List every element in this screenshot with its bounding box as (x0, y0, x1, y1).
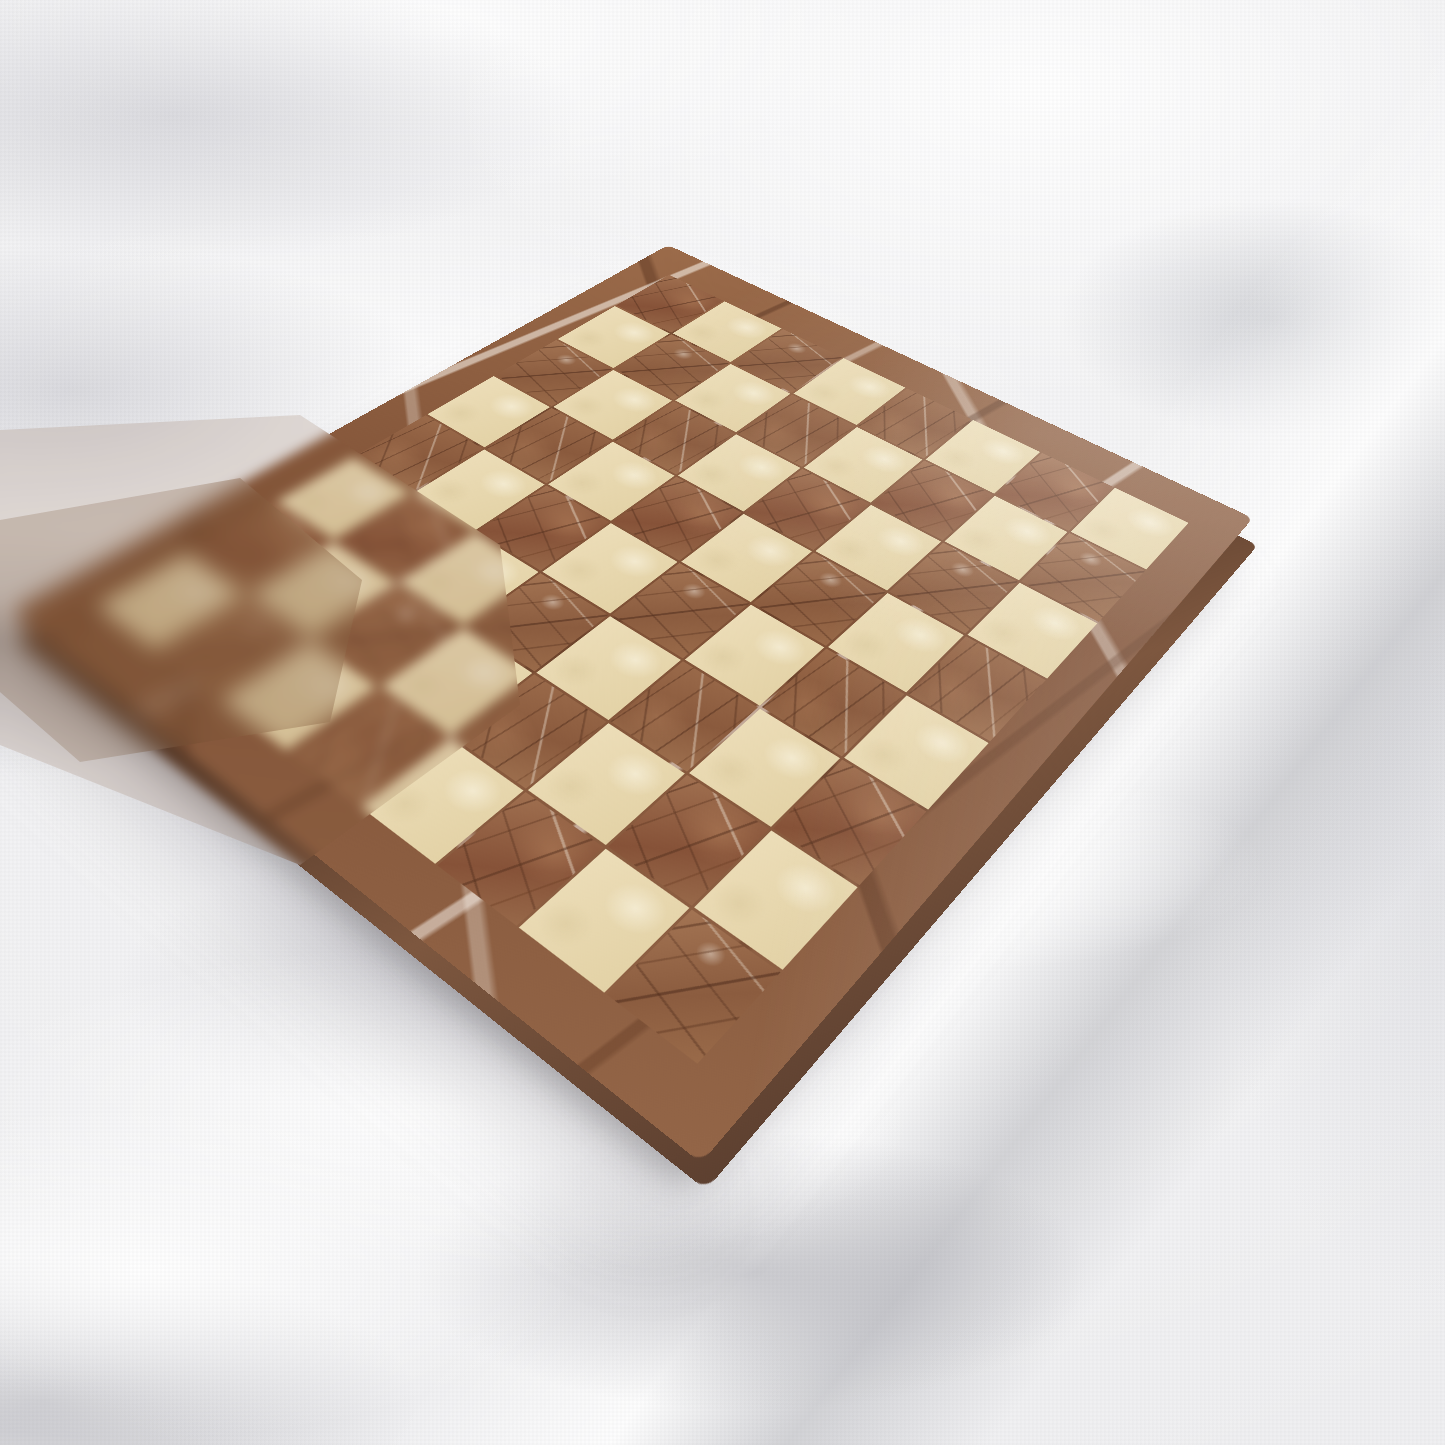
scene (0, 0, 1445, 1445)
chess-board (10, 245, 1253, 1163)
